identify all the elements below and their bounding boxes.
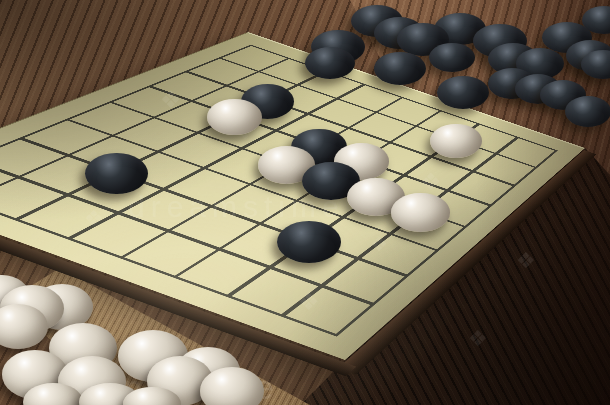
pile-black-stone <box>305 47 355 79</box>
pile-black-stone <box>374 52 426 85</box>
watermark-text: ❖ <box>84 206 104 232</box>
white-stone <box>391 193 449 232</box>
watermark-text: ❖ <box>370 232 388 256</box>
watermark-text: ❖ <box>516 248 536 274</box>
watermark-text: ❖ <box>420 168 442 196</box>
watermark-text: ❖ <box>298 288 320 316</box>
pile-black-stone <box>429 43 475 72</box>
pile-black-stone <box>565 96 610 127</box>
black-stone <box>85 153 148 195</box>
watermark-text: ❖ <box>468 326 488 352</box>
black-stone <box>277 221 341 263</box>
go-photo-scene: dreamstimedreamstime❖❖❖❖❖❖❖❖ <box>0 0 610 405</box>
watermark-text: ❖ <box>160 86 182 114</box>
pile-black-stone <box>437 76 489 109</box>
